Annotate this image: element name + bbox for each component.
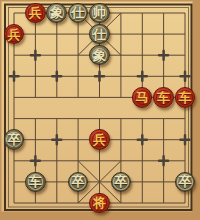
- piece-char: 兵: [93, 133, 106, 146]
- piece-black-soldier[interactable]: 卒: [4, 129, 25, 150]
- app-window: 兵象仕帅兵仕象马车车卒兵车卒卒卒将: [0, 0, 200, 220]
- piece-char: 卒: [178, 175, 191, 188]
- piece-char: 兵: [29, 6, 42, 19]
- piece-char: 马: [136, 91, 149, 104]
- piece-char: 象: [93, 49, 106, 62]
- piece-black-general[interactable]: 帅: [89, 3, 110, 24]
- xiangqi-board[interactable]: 兵象仕帅兵仕象马车车卒兵车卒卒卒将: [0, 0, 200, 220]
- piece-red-soldier[interactable]: 兵: [25, 3, 46, 24]
- piece-red-soldier[interactable]: 兵: [4, 24, 25, 45]
- piece-char: 车: [29, 175, 42, 188]
- piece-char: 仕: [93, 28, 106, 41]
- piece-char: 将: [93, 196, 106, 209]
- piece-char: 仕: [72, 6, 85, 19]
- piece-char: 车: [178, 91, 191, 104]
- piece-char: 象: [50, 6, 63, 19]
- piece-black-elephant[interactable]: 象: [89, 45, 110, 66]
- piece-black-soldier[interactable]: 卒: [68, 172, 89, 193]
- piece-char: 帅: [93, 6, 106, 19]
- piece-red-general[interactable]: 将: [89, 193, 110, 214]
- piece-red-horse[interactable]: 马: [132, 87, 153, 108]
- piece-char: 车: [157, 91, 170, 104]
- piece-red-chariot[interactable]: 车: [153, 87, 174, 108]
- piece-char: 卒: [7, 133, 20, 146]
- piece-red-chariot[interactable]: 车: [175, 87, 196, 108]
- piece-black-chariot[interactable]: 车: [25, 172, 46, 193]
- piece-black-soldier[interactable]: 卒: [111, 172, 132, 193]
- piece-char: 卒: [114, 175, 127, 188]
- piece-char: 兵: [7, 28, 20, 41]
- piece-black-soldier[interactable]: 卒: [175, 172, 196, 193]
- piece-black-advisor[interactable]: 仕: [89, 24, 110, 45]
- piece-grid: 兵象仕帅兵仕象马车车卒兵车卒卒卒将: [3, 2, 195, 213]
- piece-char: 卒: [72, 175, 85, 188]
- piece-black-elephant[interactable]: 象: [46, 3, 67, 24]
- piece-red-soldier[interactable]: 兵: [89, 129, 110, 150]
- piece-black-advisor[interactable]: 仕: [68, 3, 89, 24]
